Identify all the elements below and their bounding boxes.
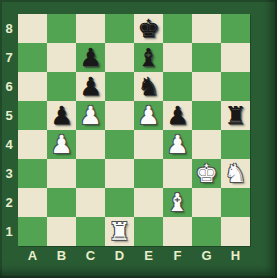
file-label-g: G — [192, 246, 221, 268]
square-a6[interactable] — [18, 72, 47, 101]
square-d4[interactable] — [105, 130, 134, 159]
piece-black-rook[interactable]: ♜ — [221, 101, 250, 130]
square-d7[interactable] — [105, 43, 134, 72]
square-e6[interactable]: ♞ — [134, 72, 163, 101]
square-c8[interactable] — [76, 14, 105, 43]
square-g3[interactable]: ♚ — [192, 159, 221, 188]
rank-label-4: 4 — [0, 130, 18, 159]
square-h6[interactable] — [221, 72, 250, 101]
file-label-h: H — [221, 246, 250, 268]
square-g7[interactable] — [192, 43, 221, 72]
rank-label-8: 8 — [0, 14, 18, 43]
square-e3[interactable] — [134, 159, 163, 188]
rank-label-3: 3 — [0, 159, 18, 188]
rank-label-1: 1 — [0, 217, 18, 246]
file-label-d: D — [105, 246, 134, 268]
square-b8[interactable] — [47, 14, 76, 43]
rank-labels: 87654321 — [0, 14, 18, 246]
square-f7[interactable] — [163, 43, 192, 72]
square-g5[interactable] — [192, 101, 221, 130]
rank-label-2: 2 — [0, 188, 18, 217]
square-b2[interactable] — [47, 188, 76, 217]
rank-label-5: 5 — [0, 101, 18, 130]
piece-white-pawn[interactable]: ♟ — [47, 130, 76, 159]
square-a8[interactable] — [18, 14, 47, 43]
rank-label-6: 6 — [0, 72, 18, 101]
square-a2[interactable] — [18, 188, 47, 217]
square-g8[interactable] — [192, 14, 221, 43]
square-e1[interactable] — [134, 217, 163, 246]
piece-black-king[interactable]: ♚ — [134, 14, 163, 43]
square-b1[interactable] — [47, 217, 76, 246]
file-label-a: A — [18, 246, 47, 268]
square-h3[interactable]: ♞ — [221, 159, 250, 188]
square-c1[interactable] — [76, 217, 105, 246]
file-label-e: E — [134, 246, 163, 268]
square-d8[interactable] — [105, 14, 134, 43]
file-label-c: C — [76, 246, 105, 268]
piece-black-pawn[interactable]: ♟ — [76, 43, 105, 72]
square-e2[interactable] — [134, 188, 163, 217]
square-h5[interactable]: ♜ — [221, 101, 250, 130]
square-d2[interactable] — [105, 188, 134, 217]
square-a5[interactable] — [18, 101, 47, 130]
square-b3[interactable] — [47, 159, 76, 188]
square-f4[interactable]: ♟ — [163, 130, 192, 159]
file-label-b: B — [47, 246, 76, 268]
piece-black-pawn[interactable]: ♟ — [47, 101, 76, 130]
piece-white-pawn[interactable]: ♟ — [76, 101, 105, 130]
square-a3[interactable] — [18, 159, 47, 188]
piece-white-bishop[interactable]: ♝ — [163, 188, 192, 217]
square-c5[interactable]: ♟ — [76, 101, 105, 130]
square-f8[interactable] — [163, 14, 192, 43]
square-b7[interactable] — [47, 43, 76, 72]
square-g1[interactable] — [192, 217, 221, 246]
square-e4[interactable] — [134, 130, 163, 159]
square-g4[interactable] — [192, 130, 221, 159]
piece-white-knight[interactable]: ♞ — [221, 159, 250, 188]
square-e7[interactable]: ♝ — [134, 43, 163, 72]
piece-black-knight[interactable]: ♞ — [134, 72, 163, 101]
square-d6[interactable] — [105, 72, 134, 101]
square-h4[interactable] — [221, 130, 250, 159]
piece-white-king[interactable]: ♚ — [192, 159, 221, 188]
file-label-f: F — [163, 246, 192, 268]
square-f3[interactable] — [163, 159, 192, 188]
square-f6[interactable] — [163, 72, 192, 101]
square-c7[interactable]: ♟ — [76, 43, 105, 72]
square-f2[interactable]: ♝ — [163, 188, 192, 217]
square-b6[interactable] — [47, 72, 76, 101]
piece-white-pawn[interactable]: ♟ — [134, 101, 163, 130]
chess-diagram: 87654321 ♚♟♝♟♞♟♟♟♟♜♟♟♚♞♝♜ ABCDEFGH — [0, 0, 277, 278]
rank-label-7: 7 — [0, 43, 18, 72]
piece-black-bishop[interactable]: ♝ — [134, 43, 163, 72]
square-b5[interactable]: ♟ — [47, 101, 76, 130]
square-h2[interactable] — [221, 188, 250, 217]
square-h7[interactable] — [221, 43, 250, 72]
square-g2[interactable] — [192, 188, 221, 217]
file-labels: ABCDEFGH — [18, 246, 250, 268]
square-e8[interactable]: ♚ — [134, 14, 163, 43]
piece-white-pawn[interactable]: ♟ — [163, 130, 192, 159]
square-f5[interactable]: ♟ — [163, 101, 192, 130]
square-g6[interactable] — [192, 72, 221, 101]
square-c3[interactable] — [76, 159, 105, 188]
square-c6[interactable]: ♟ — [76, 72, 105, 101]
square-c4[interactable] — [76, 130, 105, 159]
square-b4[interactable]: ♟ — [47, 130, 76, 159]
square-e5[interactable]: ♟ — [134, 101, 163, 130]
piece-black-pawn[interactable]: ♟ — [76, 72, 105, 101]
piece-white-rook[interactable]: ♜ — [105, 217, 134, 246]
square-h8[interactable] — [221, 14, 250, 43]
square-a1[interactable] — [18, 217, 47, 246]
square-h1[interactable] — [221, 217, 250, 246]
square-d5[interactable] — [105, 101, 134, 130]
square-a7[interactable] — [18, 43, 47, 72]
square-a4[interactable] — [18, 130, 47, 159]
square-c2[interactable] — [76, 188, 105, 217]
square-d1[interactable]: ♜ — [105, 217, 134, 246]
square-f1[interactable] — [163, 217, 192, 246]
chess-board: ♚♟♝♟♞♟♟♟♟♜♟♟♚♞♝♜ — [18, 14, 250, 246]
piece-black-pawn[interactable]: ♟ — [163, 101, 192, 130]
square-d3[interactable] — [105, 159, 134, 188]
